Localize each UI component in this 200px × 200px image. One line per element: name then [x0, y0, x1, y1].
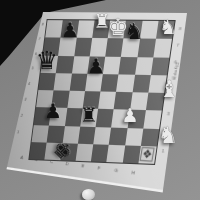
coordinate-label: 4 — [28, 82, 31, 86]
coordinate-label: 6 — [174, 60, 177, 64]
coordinate-label: A — [20, 156, 23, 161]
white-piece-h2[interactable]: ♞ — [158, 124, 179, 147]
coordinate-label: 5 — [31, 67, 34, 71]
black-piece-d3[interactable]: ♜ — [80, 105, 98, 125]
coordinate-label: 7 — [38, 37, 41, 41]
offboard-white-pawn[interactable] — [82, 189, 95, 200]
black-piece-b3[interactable]: ♟ — [44, 101, 62, 121]
coordinate-label: 8 — [41, 23, 44, 27]
black-piece-d6[interactable]: ♟ — [87, 56, 105, 76]
square-h2[interactable] — [141, 128, 160, 146]
black-piece-b8[interactable]: ♟ — [61, 20, 79, 40]
photo-stage: Olympic ABCDEFGH 87654321 87654321 ❖ ♟♜♚… — [0, 0, 200, 200]
coordinate-label: 3 — [167, 112, 170, 117]
square-h6[interactable] — [151, 57, 170, 75]
black-piece-f8[interactable]: ♞ — [124, 21, 144, 43]
coordinate-label: 7 — [176, 43, 179, 47]
coordinate-label: G — [114, 168, 118, 173]
white-piece-h4[interactable]: ♝ — [159, 78, 180, 101]
coordinate-label: 8 — [179, 27, 182, 31]
coordinate-label: H — [131, 171, 135, 176]
coordinate-label: 1 — [162, 148, 165, 153]
board-logo-icon: ❖ — [140, 147, 156, 163]
black-piece-a5[interactable]: ♛ — [36, 48, 58, 73]
coordinate-label: 1 — [17, 130, 20, 134]
coordinate-label: D — [65, 162, 69, 167]
coordinate-label: F — [97, 166, 100, 171]
white-piece-h8[interactable]: ♞ — [159, 17, 177, 37]
white-piece-f3[interactable]: ♟ — [121, 106, 138, 125]
coordinate-label: E — [81, 164, 85, 169]
chessboard-grid: ❖ — [28, 19, 175, 165]
coordinate-label: 3 — [24, 98, 27, 102]
coordinate-label: 2 — [20, 114, 23, 118]
square-h1[interactable]: ❖ — [138, 146, 156, 164]
square-h7[interactable] — [153, 39, 172, 57]
